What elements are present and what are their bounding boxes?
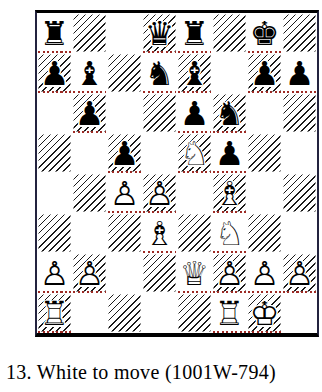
white-pawn: ♙ <box>72 253 107 293</box>
square-d3: ♝♗ <box>142 213 177 253</box>
square-b7: ♝ <box>72 53 107 93</box>
white-pawn: ♙ <box>247 253 282 293</box>
square-g5 <box>247 133 282 173</box>
black-pawn: ♟ <box>37 53 72 93</box>
square-c3 <box>107 213 142 253</box>
square-e6: ♟ <box>177 93 212 133</box>
white-king: ♔ <box>247 293 282 333</box>
black-pawn: ♟ <box>282 53 317 93</box>
black-pawn: ♟ <box>247 53 282 93</box>
square-f4: ♝♗ <box>212 173 247 213</box>
square-b4 <box>72 173 107 213</box>
white-pawn: ♙ <box>282 253 317 293</box>
square-e1 <box>177 293 212 333</box>
square-d8: ♛ <box>142 13 177 53</box>
black-knight: ♞ <box>212 93 247 133</box>
black-bishop: ♝ <box>72 53 107 93</box>
black-rook: ♜ <box>177 13 212 53</box>
black-queen: ♛ <box>142 13 177 53</box>
black-knight: ♞ <box>142 53 177 93</box>
square-f3: ♞♘ <box>212 213 247 253</box>
square-a6 <box>37 93 72 133</box>
white-rook: ♖ <box>212 293 247 333</box>
square-e3 <box>177 213 212 253</box>
white-pawn: ♙ <box>37 253 72 293</box>
square-h8 <box>282 13 317 53</box>
square-h7: ♟ <box>282 53 317 93</box>
square-a8: ♜ <box>37 13 72 53</box>
square-h2: ♟♙ <box>282 253 317 293</box>
board-grid: ♜♛♜♚♟♝♞♝♟♟♟♟♞♟♞♘♟♟♙♟♙♝♗♝♗♞♘♟♙♟♙♛♕♟♙♟♙♟♙♜… <box>37 13 317 333</box>
square-c6 <box>107 93 142 133</box>
square-b6: ♟ <box>72 93 107 133</box>
diagram-caption: 13. White to move (1001W-794) <box>6 361 276 384</box>
square-b3 <box>72 213 107 253</box>
square-d7: ♞ <box>142 53 177 93</box>
square-g7: ♟ <box>247 53 282 93</box>
square-g8: ♚ <box>247 13 282 53</box>
chess-diagram-page: ♜♛♜♚♟♝♞♝♟♟♟♟♞♟♞♘♟♟♙♟♙♝♗♝♗♞♘♟♙♟♙♛♕♟♙♟♙♟♙♜… <box>0 0 322 392</box>
square-f7 <box>212 53 247 93</box>
square-f1: ♜♖ <box>212 293 247 333</box>
square-b2: ♟♙ <box>72 253 107 293</box>
square-f5: ♟ <box>212 133 247 173</box>
square-h3 <box>282 213 317 253</box>
square-g1: ♚♔ <box>247 293 282 333</box>
square-c1 <box>107 293 142 333</box>
black-pawn: ♟ <box>107 133 142 173</box>
white-bishop: ♗ <box>142 213 177 253</box>
square-e8: ♜ <box>177 13 212 53</box>
square-b8 <box>72 13 107 53</box>
black-pawn: ♟ <box>72 93 107 133</box>
square-g4 <box>247 173 282 213</box>
square-e2: ♛♕ <box>177 253 212 293</box>
square-d6 <box>142 93 177 133</box>
square-g3 <box>247 213 282 253</box>
white-rook: ♖ <box>37 293 72 333</box>
white-knight: ♘ <box>212 213 247 253</box>
square-c2 <box>107 253 142 293</box>
square-b1 <box>72 293 107 333</box>
white-pawn: ♙ <box>142 173 177 213</box>
square-g2: ♟♙ <box>247 253 282 293</box>
chess-board: ♜♛♜♚♟♝♞♝♟♟♟♟♞♟♞♘♟♟♙♟♙♝♗♝♗♞♘♟♙♟♙♛♕♟♙♟♙♟♙♜… <box>35 10 319 337</box>
square-e4 <box>177 173 212 213</box>
square-d4: ♟♙ <box>142 173 177 213</box>
square-b5 <box>72 133 107 173</box>
square-f8 <box>212 13 247 53</box>
black-king: ♚ <box>247 13 282 53</box>
square-c5: ♟ <box>107 133 142 173</box>
square-e5: ♞♘ <box>177 133 212 173</box>
white-bishop: ♗ <box>212 173 247 213</box>
square-g6 <box>247 93 282 133</box>
square-h4 <box>282 173 317 213</box>
white-pawn: ♙ <box>107 173 142 213</box>
square-c7 <box>107 53 142 93</box>
square-c4: ♟♙ <box>107 173 142 213</box>
square-a3 <box>37 213 72 253</box>
black-pawn: ♟ <box>177 93 212 133</box>
square-e7: ♝ <box>177 53 212 93</box>
square-a7: ♟ <box>37 53 72 93</box>
black-rook: ♜ <box>37 13 72 53</box>
black-bishop: ♝ <box>177 53 212 93</box>
square-c8 <box>107 13 142 53</box>
white-pawn: ♙ <box>212 253 247 293</box>
square-a4 <box>37 173 72 213</box>
square-d1 <box>142 293 177 333</box>
square-h1 <box>282 293 317 333</box>
square-a1: ♜♖ <box>37 293 72 333</box>
white-knight: ♘ <box>177 133 212 173</box>
square-h6 <box>282 93 317 133</box>
square-d5 <box>142 133 177 173</box>
black-pawn: ♟ <box>212 133 247 173</box>
square-h5 <box>282 133 317 173</box>
white-queen: ♕ <box>177 253 212 293</box>
square-f6: ♞ <box>212 93 247 133</box>
square-a2: ♟♙ <box>37 253 72 293</box>
square-d2 <box>142 253 177 293</box>
square-a5 <box>37 133 72 173</box>
square-f2: ♟♙ <box>212 253 247 293</box>
